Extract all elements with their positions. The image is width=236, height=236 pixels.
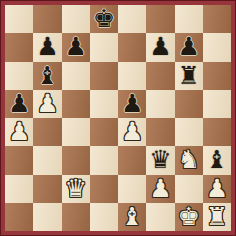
board-frame: ♚♟♟♟♟♝♜♟♟♟♟♟♛♞♝♛♟♟♝♚♜ bbox=[0, 0, 236, 236]
square-b2[interactable] bbox=[33, 175, 61, 203]
square-d3[interactable] bbox=[90, 146, 118, 174]
square-f1[interactable] bbox=[146, 203, 174, 231]
square-h5[interactable] bbox=[203, 90, 231, 118]
square-g5[interactable] bbox=[175, 90, 203, 118]
square-b5[interactable]: ♟ bbox=[33, 90, 61, 118]
square-d7[interactable] bbox=[90, 33, 118, 61]
square-h2[interactable]: ♟ bbox=[203, 175, 231, 203]
square-g3[interactable]: ♞ bbox=[175, 146, 203, 174]
white-bishop: ♝ bbox=[121, 203, 143, 231]
square-a4[interactable]: ♟ bbox=[5, 118, 33, 146]
square-a7[interactable] bbox=[5, 33, 33, 61]
square-b7[interactable]: ♟ bbox=[33, 33, 61, 61]
square-a8[interactable] bbox=[5, 5, 33, 33]
square-d8[interactable]: ♚ bbox=[90, 5, 118, 33]
square-g7[interactable]: ♟ bbox=[175, 33, 203, 61]
white-pawn: ♟ bbox=[36, 90, 58, 118]
square-g2[interactable] bbox=[175, 175, 203, 203]
square-h3[interactable]: ♝ bbox=[203, 146, 231, 174]
square-d1[interactable] bbox=[90, 203, 118, 231]
white-rook: ♜ bbox=[206, 203, 228, 231]
square-g1[interactable]: ♚ bbox=[175, 203, 203, 231]
black-king: ♚ bbox=[93, 5, 115, 33]
black-queen: ♛ bbox=[149, 146, 171, 174]
chess-board: ♚♟♟♟♟♝♜♟♟♟♟♟♛♞♝♛♟♟♝♚♜ bbox=[5, 5, 231, 231]
square-a3[interactable] bbox=[5, 146, 33, 174]
square-a6[interactable] bbox=[5, 62, 33, 90]
square-d4[interactable] bbox=[90, 118, 118, 146]
square-b8[interactable] bbox=[33, 5, 61, 33]
square-g8[interactable] bbox=[175, 5, 203, 33]
square-d6[interactable] bbox=[90, 62, 118, 90]
square-e8[interactable] bbox=[118, 5, 146, 33]
board-frame-inner: ♚♟♟♟♟♝♜♟♟♟♟♟♛♞♝♛♟♟♝♚♜ bbox=[1, 1, 235, 235]
square-d5[interactable] bbox=[90, 90, 118, 118]
square-f6[interactable] bbox=[146, 62, 174, 90]
square-f5[interactable] bbox=[146, 90, 174, 118]
white-pawn: ♟ bbox=[206, 175, 228, 203]
square-c1[interactable] bbox=[62, 203, 90, 231]
square-g6[interactable]: ♜ bbox=[175, 62, 203, 90]
black-pawn: ♟ bbox=[36, 33, 58, 61]
square-f4[interactable] bbox=[146, 118, 174, 146]
square-h8[interactable] bbox=[203, 5, 231, 33]
square-c8[interactable] bbox=[62, 5, 90, 33]
square-e6[interactable] bbox=[118, 62, 146, 90]
black-rook: ♜ bbox=[177, 62, 199, 90]
square-c7[interactable]: ♟ bbox=[62, 33, 90, 61]
square-c3[interactable] bbox=[62, 146, 90, 174]
black-pawn: ♟ bbox=[64, 33, 86, 61]
square-h6[interactable] bbox=[203, 62, 231, 90]
square-e2[interactable] bbox=[118, 175, 146, 203]
square-h1[interactable]: ♜ bbox=[203, 203, 231, 231]
square-a1[interactable] bbox=[5, 203, 33, 231]
white-queen: ♛ bbox=[64, 175, 86, 203]
black-bishop: ♝ bbox=[206, 146, 228, 174]
white-pawn: ♟ bbox=[8, 118, 30, 146]
square-c5[interactable] bbox=[62, 90, 90, 118]
square-e7[interactable] bbox=[118, 33, 146, 61]
square-f8[interactable] bbox=[146, 5, 174, 33]
square-e4[interactable]: ♟ bbox=[118, 118, 146, 146]
square-d2[interactable] bbox=[90, 175, 118, 203]
white-pawn: ♟ bbox=[149, 175, 171, 203]
square-e5[interactable]: ♟ bbox=[118, 90, 146, 118]
black-pawn: ♟ bbox=[121, 90, 143, 118]
black-pawn: ♟ bbox=[8, 90, 30, 118]
square-c4[interactable] bbox=[62, 118, 90, 146]
square-h4[interactable] bbox=[203, 118, 231, 146]
square-b1[interactable] bbox=[33, 203, 61, 231]
black-bishop: ♝ bbox=[36, 62, 58, 90]
square-a5[interactable]: ♟ bbox=[5, 90, 33, 118]
square-c6[interactable] bbox=[62, 62, 90, 90]
square-a2[interactable] bbox=[5, 175, 33, 203]
white-pawn: ♟ bbox=[121, 118, 143, 146]
square-f2[interactable]: ♟ bbox=[146, 175, 174, 203]
square-g4[interactable] bbox=[175, 118, 203, 146]
square-c2[interactable]: ♛ bbox=[62, 175, 90, 203]
square-b4[interactable] bbox=[33, 118, 61, 146]
black-pawn: ♟ bbox=[149, 33, 171, 61]
square-b6[interactable]: ♝ bbox=[33, 62, 61, 90]
square-f7[interactable]: ♟ bbox=[146, 33, 174, 61]
square-f3[interactable]: ♛ bbox=[146, 146, 174, 174]
black-pawn: ♟ bbox=[177, 33, 199, 61]
white-knight: ♞ bbox=[177, 146, 199, 174]
square-e3[interactable] bbox=[118, 146, 146, 174]
square-h7[interactable] bbox=[203, 33, 231, 61]
square-b3[interactable] bbox=[33, 146, 61, 174]
square-e1[interactable]: ♝ bbox=[118, 203, 146, 231]
white-king: ♚ bbox=[177, 203, 199, 231]
